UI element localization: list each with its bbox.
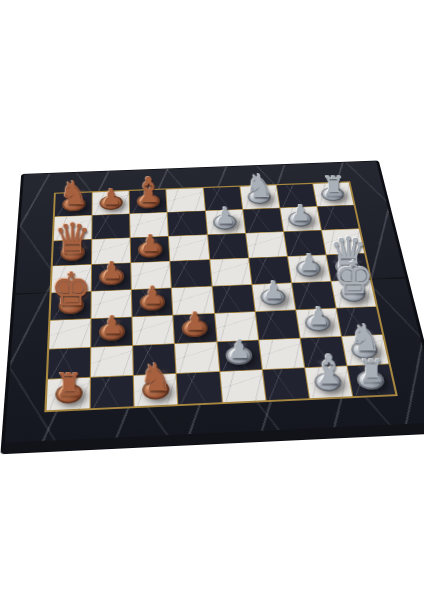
perspective-stage: ♞♞♟♟♝♝♞♞♜♜♟♟♟♟♛♛♟♟♟♟♟♟♛♛♚♚♟♟♟♟♚♚♟♟♟♟♟♟♟♟… xyxy=(14,92,410,488)
square-b4 xyxy=(168,211,207,236)
square-c6 xyxy=(246,232,287,258)
square-h5 xyxy=(220,370,265,402)
square-h1: ♜♜ xyxy=(47,378,90,411)
square-g5: ♟♟ xyxy=(217,340,261,371)
square-e6: ♟♟ xyxy=(252,283,295,311)
silver-pawn: ♟ xyxy=(291,203,311,222)
square-c5 xyxy=(208,234,248,260)
silver-rook: ♜ xyxy=(358,358,386,385)
copper-queen: ♛ xyxy=(53,221,91,257)
silver-pawn: ♟ xyxy=(299,253,320,273)
square-a4 xyxy=(167,188,205,212)
square-h7: ♝♝ xyxy=(305,366,352,398)
playing-area: ♞♞♟♟♝♝♞♞♜♜♟♟♟♟♛♛♟♟♟♟♟♟♛♛♚♚♟♟♟♟♚♚♟♟♟♟♟♟♟♟… xyxy=(44,181,397,412)
square-h8: ♜♜ xyxy=(347,364,395,396)
square-a2: ♟♟ xyxy=(93,191,130,215)
square-f2: ♟♟ xyxy=(91,317,132,347)
square-c4 xyxy=(169,235,209,261)
square-c3: ♟♟ xyxy=(131,237,170,263)
square-g6 xyxy=(259,338,304,369)
square-d5 xyxy=(210,259,251,286)
square-b8 xyxy=(317,205,358,230)
copper-rook: ♜ xyxy=(54,372,82,399)
square-a3: ♝♝ xyxy=(130,190,167,214)
silver-pawn: ♟ xyxy=(215,206,235,225)
square-a8: ♜♜ xyxy=(313,183,353,207)
square-e5 xyxy=(212,285,254,313)
silver-bishop: ♝ xyxy=(311,353,347,387)
copper-knight: ♞ xyxy=(139,362,173,394)
square-g4 xyxy=(175,342,218,373)
silver-rook: ♜ xyxy=(322,175,346,198)
square-h2 xyxy=(91,376,134,409)
square-d4 xyxy=(171,260,211,287)
square-e8: ♚♚ xyxy=(331,280,375,308)
square-e3: ♟♟ xyxy=(132,288,173,316)
copper-pawn: ♟ xyxy=(141,286,163,307)
square-f4: ♟♟ xyxy=(174,314,216,344)
square-b7: ♟♟ xyxy=(280,207,321,232)
chess-set-photo: ♞♞♟♟♝♝♞♞♜♜♟♟♟♟♛♛♟♟♟♟♟♟♛♛♚♚♟♟♟♟♚♚♟♟♟♟♟♟♟♟… xyxy=(0,0,424,600)
copper-pawn: ♟ xyxy=(140,234,161,254)
copper-king: ♚ xyxy=(50,271,91,310)
square-g2 xyxy=(91,346,133,377)
square-b6 xyxy=(243,208,283,233)
square-b5: ♟♟ xyxy=(205,210,244,235)
silver-king: ♚ xyxy=(334,259,375,297)
square-b2 xyxy=(92,214,130,239)
silver-pawn: ♟ xyxy=(308,306,330,327)
silver-knight: ♞ xyxy=(349,323,382,354)
copper-pawn: ♟ xyxy=(101,261,122,281)
square-a6: ♞♞ xyxy=(240,185,279,209)
square-f6 xyxy=(255,310,299,339)
silver-pawn: ♟ xyxy=(263,280,285,301)
copper-pawn: ♟ xyxy=(101,188,121,207)
square-d7: ♟♟ xyxy=(288,255,331,282)
square-d2: ♟♟ xyxy=(92,263,131,290)
square-h6 xyxy=(262,368,308,400)
copper-bishop: ♝ xyxy=(133,176,164,205)
copper-pawn: ♟ xyxy=(184,311,206,332)
square-f1 xyxy=(49,319,90,349)
square-h4 xyxy=(177,372,221,404)
silver-pawn: ♟ xyxy=(228,339,251,361)
square-f7: ♟♟ xyxy=(296,308,341,337)
copper-knight: ♞ xyxy=(59,180,88,208)
copper-pawn: ♟ xyxy=(101,315,123,336)
square-a1: ♞♞ xyxy=(55,192,92,216)
square-f3 xyxy=(133,315,175,345)
silver-knight: ♞ xyxy=(245,173,274,201)
chess-board: ♞♞♟♟♝♝♞♞♜♜♟♟♟♟♛♛♟♟♟♟♟♟♛♛♚♚♟♟♟♟♚♚♟♟♟♟♟♟♟♟… xyxy=(2,161,424,453)
square-e1: ♚♚ xyxy=(50,291,90,319)
square-h3: ♞♞ xyxy=(134,374,178,407)
